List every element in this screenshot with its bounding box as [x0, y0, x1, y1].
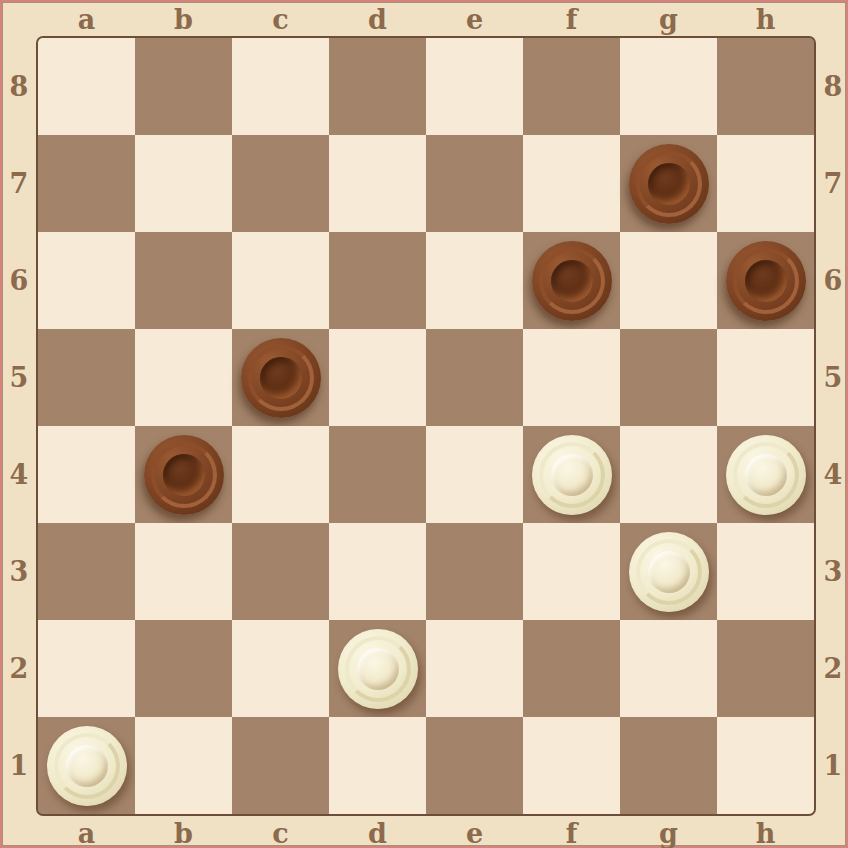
checker-light-g3[interactable]	[629, 532, 709, 612]
square-c1[interactable]	[232, 717, 329, 814]
square-h4[interactable]	[717, 426, 814, 523]
square-f5[interactable]	[523, 329, 620, 426]
square-c7[interactable]	[232, 135, 329, 232]
square-d7[interactable]	[329, 135, 426, 232]
square-g3[interactable]	[620, 523, 717, 620]
square-a6[interactable]	[38, 232, 135, 329]
rank-labels-right: 87654321	[816, 38, 848, 814]
square-a5[interactable]	[38, 329, 135, 426]
checker-light-f4[interactable]	[532, 435, 612, 515]
square-f1[interactable]	[523, 717, 620, 814]
rank-label-2-left: 2	[2, 620, 36, 717]
square-e7[interactable]	[426, 135, 523, 232]
file-label-d-top: d	[329, 2, 426, 36]
file-labels-bottom: abcdefgh	[38, 816, 814, 848]
square-b6[interactable]	[135, 232, 232, 329]
square-d1[interactable]	[329, 717, 426, 814]
square-h5[interactable]	[717, 329, 814, 426]
square-b7[interactable]	[135, 135, 232, 232]
square-d3[interactable]	[329, 523, 426, 620]
file-label-a-bottom: a	[38, 816, 135, 848]
square-e1[interactable]	[426, 717, 523, 814]
file-label-b-top: b	[135, 2, 232, 36]
square-d5[interactable]	[329, 329, 426, 426]
rank-label-7-left: 7	[2, 135, 36, 232]
square-c3[interactable]	[232, 523, 329, 620]
rank-label-1-right: 1	[816, 717, 848, 814]
rank-label-6-right: 6	[816, 232, 848, 329]
file-label-e-top: e	[426, 2, 523, 36]
file-label-g-top: g	[620, 2, 717, 36]
square-e4[interactable]	[426, 426, 523, 523]
square-b4[interactable]	[135, 426, 232, 523]
square-a1[interactable]	[38, 717, 135, 814]
file-label-c-bottom: c	[232, 816, 329, 848]
square-c4[interactable]	[232, 426, 329, 523]
square-g8[interactable]	[620, 38, 717, 135]
square-h1[interactable]	[717, 717, 814, 814]
rank-label-8-left: 8	[2, 38, 36, 135]
rank-label-5-left: 5	[2, 329, 36, 426]
square-f2[interactable]	[523, 620, 620, 717]
rank-label-5-right: 5	[816, 329, 848, 426]
rank-label-8-right: 8	[816, 38, 848, 135]
file-label-f-bottom: f	[523, 816, 620, 848]
checker-dark-g7[interactable]	[629, 144, 709, 224]
rank-label-3-left: 3	[2, 523, 36, 620]
file-labels-top: abcdefgh	[38, 2, 814, 36]
checker-dark-c5[interactable]	[241, 338, 321, 418]
rank-label-7-right: 7	[816, 135, 848, 232]
square-e8[interactable]	[426, 38, 523, 135]
file-label-a-top: a	[38, 2, 135, 36]
square-g2[interactable]	[620, 620, 717, 717]
square-h8[interactable]	[717, 38, 814, 135]
square-g5[interactable]	[620, 329, 717, 426]
rank-labels-left: 87654321	[2, 38, 36, 814]
square-d6[interactable]	[329, 232, 426, 329]
square-f4[interactable]	[523, 426, 620, 523]
file-label-h-top: h	[717, 2, 814, 36]
checkers-board	[36, 36, 816, 816]
checker-light-h4[interactable]	[726, 435, 806, 515]
square-c5[interactable]	[232, 329, 329, 426]
square-b8[interactable]	[135, 38, 232, 135]
square-e2[interactable]	[426, 620, 523, 717]
square-g7[interactable]	[620, 135, 717, 232]
file-label-g-bottom: g	[620, 816, 717, 848]
square-h7[interactable]	[717, 135, 814, 232]
square-e6[interactable]	[426, 232, 523, 329]
square-b2[interactable]	[135, 620, 232, 717]
square-b1[interactable]	[135, 717, 232, 814]
square-a3[interactable]	[38, 523, 135, 620]
file-label-b-bottom: b	[135, 816, 232, 848]
square-h6[interactable]	[717, 232, 814, 329]
checkers-board-frame: abcdefgh abcdefgh 87654321 87654321	[0, 0, 848, 848]
square-g6[interactable]	[620, 232, 717, 329]
square-d2[interactable]	[329, 620, 426, 717]
square-f7[interactable]	[523, 135, 620, 232]
rank-label-4-right: 4	[816, 426, 848, 523]
square-g4[interactable]	[620, 426, 717, 523]
file-label-h-bottom: h	[717, 816, 814, 848]
square-h3[interactable]	[717, 523, 814, 620]
square-f3[interactable]	[523, 523, 620, 620]
checker-light-a1[interactable]	[47, 726, 127, 806]
square-f8[interactable]	[523, 38, 620, 135]
rank-label-4-left: 4	[2, 426, 36, 523]
rank-label-1-left: 1	[2, 717, 36, 814]
square-a7[interactable]	[38, 135, 135, 232]
square-a2[interactable]	[38, 620, 135, 717]
file-label-f-top: f	[523, 2, 620, 36]
square-h2[interactable]	[717, 620, 814, 717]
square-e3[interactable]	[426, 523, 523, 620]
square-b3[interactable]	[135, 523, 232, 620]
checker-dark-b4[interactable]	[144, 435, 224, 515]
file-label-c-top: c	[232, 2, 329, 36]
square-e5[interactable]	[426, 329, 523, 426]
square-f6[interactable]	[523, 232, 620, 329]
square-d8[interactable]	[329, 38, 426, 135]
rank-label-3-right: 3	[816, 523, 848, 620]
square-c2[interactable]	[232, 620, 329, 717]
square-b5[interactable]	[135, 329, 232, 426]
square-a4[interactable]	[38, 426, 135, 523]
checker-dark-h6[interactable]	[726, 241, 806, 321]
checker-dark-f6[interactable]	[532, 241, 612, 321]
file-label-d-bottom: d	[329, 816, 426, 848]
square-c8[interactable]	[232, 38, 329, 135]
square-d4[interactable]	[329, 426, 426, 523]
square-a8[interactable]	[38, 38, 135, 135]
rank-label-6-left: 6	[2, 232, 36, 329]
square-c6[interactable]	[232, 232, 329, 329]
rank-label-2-right: 2	[816, 620, 848, 717]
square-g1[interactable]	[620, 717, 717, 814]
checker-light-d2[interactable]	[338, 629, 418, 709]
file-label-e-bottom: e	[426, 816, 523, 848]
